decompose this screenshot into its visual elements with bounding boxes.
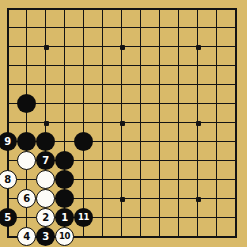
- black-stone: [55, 189, 74, 208]
- black-stone: 9: [0, 132, 17, 151]
- intersection: [17, 75, 36, 94]
- intersection: [169, 94, 188, 113]
- intersection: [36, 94, 55, 113]
- black-stone: 11: [74, 208, 93, 227]
- intersection: [17, 113, 36, 132]
- intersection: [74, 94, 93, 113]
- intersection: [55, 189, 74, 208]
- intersection: [55, 94, 74, 113]
- black-stone: [17, 94, 36, 113]
- intersection: [131, 151, 150, 170]
- intersection: [131, 170, 150, 189]
- intersection: [169, 75, 188, 94]
- intersection: [188, 151, 207, 170]
- intersection: [150, 18, 169, 37]
- intersection: [17, 208, 36, 227]
- intersection: [207, 75, 226, 94]
- white-stone: 2: [36, 208, 55, 227]
- intersection: [131, 94, 150, 113]
- intersection: [150, 132, 169, 151]
- move-number-label: 2: [42, 213, 48, 223]
- intersection: [169, 170, 188, 189]
- intersection: [188, 170, 207, 189]
- intersection: [74, 37, 93, 56]
- intersection: [150, 170, 169, 189]
- intersection: [74, 75, 93, 94]
- intersection: [131, 0, 150, 18]
- intersection: [112, 208, 131, 227]
- intersection: [150, 37, 169, 56]
- intersection: [55, 113, 74, 132]
- go-board-diagram: 9786521114310: [0, 0, 247, 247]
- intersection: [74, 189, 93, 208]
- intersection: [226, 94, 245, 113]
- intersection: [112, 170, 131, 189]
- intersection: [55, 37, 74, 56]
- intersection: [207, 94, 226, 113]
- intersection: [55, 132, 74, 151]
- intersection: 10: [55, 227, 74, 246]
- intersection: [131, 37, 150, 56]
- intersection: [131, 75, 150, 94]
- intersection: [74, 0, 93, 18]
- intersection: [17, 170, 36, 189]
- black-stone: 1: [55, 208, 74, 227]
- intersection: [93, 94, 112, 113]
- intersection: [17, 94, 36, 113]
- black-stone: [55, 151, 74, 170]
- white-stone: [17, 151, 36, 170]
- intersection: [0, 113, 17, 132]
- intersection: 2: [36, 208, 55, 227]
- move-number-label: 11: [78, 213, 89, 222]
- intersection: [36, 189, 55, 208]
- intersection: [188, 132, 207, 151]
- go-board-grid: 9786521114310: [0, 0, 245, 246]
- intersection: [150, 208, 169, 227]
- intersection: [93, 75, 112, 94]
- intersection: [74, 227, 93, 246]
- intersection: [188, 56, 207, 75]
- intersection: [169, 37, 188, 56]
- white-stone: 8: [0, 170, 17, 189]
- intersection: [93, 151, 112, 170]
- intersection: [226, 0, 245, 18]
- intersection: [226, 227, 245, 246]
- intersection: [169, 227, 188, 246]
- intersection: [131, 113, 150, 132]
- intersection: [188, 189, 207, 208]
- intersection: [17, 56, 36, 75]
- black-stone: [36, 132, 55, 151]
- intersection: [36, 75, 55, 94]
- intersection: [112, 37, 131, 56]
- intersection: [226, 56, 245, 75]
- intersection: [93, 170, 112, 189]
- intersection: [55, 170, 74, 189]
- intersection: [0, 189, 17, 208]
- move-number-label: 4: [23, 232, 29, 242]
- intersection: [93, 208, 112, 227]
- intersection: [188, 208, 207, 227]
- intersection: [0, 151, 17, 170]
- intersection: [226, 208, 245, 227]
- intersection: [131, 189, 150, 208]
- intersection: [188, 18, 207, 37]
- intersection: [188, 37, 207, 56]
- intersection: [74, 56, 93, 75]
- black-stone: [17, 132, 36, 151]
- intersection: [55, 151, 74, 170]
- intersection: [150, 113, 169, 132]
- intersection: [36, 18, 55, 37]
- intersection: [36, 37, 55, 56]
- intersection: 1: [55, 208, 74, 227]
- intersection: [150, 227, 169, 246]
- intersection: [55, 18, 74, 37]
- intersection: [150, 0, 169, 18]
- intersection: [36, 132, 55, 151]
- white-stone: 10: [55, 227, 74, 246]
- intersection: [226, 132, 245, 151]
- black-stone: 3: [36, 227, 55, 246]
- intersection: [36, 56, 55, 75]
- intersection: [112, 0, 131, 18]
- intersection: 5: [0, 208, 17, 227]
- intersection: [17, 37, 36, 56]
- intersection: [207, 151, 226, 170]
- intersection: [188, 75, 207, 94]
- intersection: [226, 170, 245, 189]
- intersection: [207, 37, 226, 56]
- intersection: [150, 151, 169, 170]
- intersection: [74, 18, 93, 37]
- black-stone: [55, 170, 74, 189]
- intersection: [74, 132, 93, 151]
- white-stone: 4: [17, 227, 36, 246]
- intersection: [93, 18, 112, 37]
- intersection: [169, 208, 188, 227]
- intersection: 7: [36, 151, 55, 170]
- intersection: [150, 94, 169, 113]
- intersection: [150, 189, 169, 208]
- intersection: [112, 132, 131, 151]
- intersection: [0, 227, 17, 246]
- intersection: [93, 56, 112, 75]
- intersection: [207, 0, 226, 18]
- intersection: [131, 18, 150, 37]
- intersection: [17, 151, 36, 170]
- move-number-label: 8: [4, 175, 10, 185]
- black-stone: 7: [36, 151, 55, 170]
- intersection: [0, 0, 17, 18]
- intersection: [55, 0, 74, 18]
- move-number-label: 6: [23, 194, 29, 204]
- intersection: [169, 189, 188, 208]
- intersection: [131, 56, 150, 75]
- intersection: [169, 0, 188, 18]
- intersection: [169, 56, 188, 75]
- intersection: [207, 113, 226, 132]
- white-stone: [36, 170, 55, 189]
- intersection: [0, 18, 17, 37]
- intersection: [36, 170, 55, 189]
- white-stone: 6: [17, 189, 36, 208]
- intersection: [112, 189, 131, 208]
- move-number-label: 1: [61, 213, 67, 223]
- intersection: [169, 113, 188, 132]
- intersection: [226, 113, 245, 132]
- intersection: [93, 132, 112, 151]
- intersection: [93, 189, 112, 208]
- intersection: [112, 56, 131, 75]
- intersection: [226, 189, 245, 208]
- intersection: [131, 227, 150, 246]
- intersection: [93, 227, 112, 246]
- intersection: [169, 151, 188, 170]
- move-number-label: 7: [42, 156, 48, 166]
- intersection: [36, 113, 55, 132]
- intersection: [207, 227, 226, 246]
- intersection: [17, 18, 36, 37]
- intersection: [55, 56, 74, 75]
- intersection: [226, 37, 245, 56]
- intersection: 9: [0, 132, 17, 151]
- intersection: [188, 227, 207, 246]
- intersection: [150, 56, 169, 75]
- intersection: 11: [74, 208, 93, 227]
- intersection: [131, 132, 150, 151]
- intersection: [169, 132, 188, 151]
- move-number-label: 3: [42, 232, 48, 242]
- intersection: [226, 151, 245, 170]
- intersection: [150, 75, 169, 94]
- intersection: [207, 56, 226, 75]
- intersection: [188, 94, 207, 113]
- intersection: [207, 189, 226, 208]
- intersection: [93, 37, 112, 56]
- intersection: 3: [36, 227, 55, 246]
- intersection: [131, 208, 150, 227]
- intersection: [188, 0, 207, 18]
- intersection: [55, 75, 74, 94]
- intersection: [93, 113, 112, 132]
- move-number-label: 10: [59, 232, 70, 241]
- intersection: [112, 94, 131, 113]
- intersection: [226, 75, 245, 94]
- intersection: [112, 113, 131, 132]
- intersection: [74, 113, 93, 132]
- intersection: [112, 227, 131, 246]
- move-number-label: 9: [4, 137, 10, 147]
- intersection: [207, 170, 226, 189]
- intersection: [0, 37, 17, 56]
- black-stone: [74, 132, 93, 151]
- move-number-label: 5: [4, 213, 10, 223]
- black-stone: 5: [0, 208, 17, 227]
- intersection: [207, 208, 226, 227]
- intersection: [93, 0, 112, 18]
- intersection: [17, 0, 36, 18]
- intersection: [169, 18, 188, 37]
- intersection: [0, 94, 17, 113]
- intersection: 8: [0, 170, 17, 189]
- intersection: [74, 151, 93, 170]
- intersection: [0, 75, 17, 94]
- intersection: [0, 56, 17, 75]
- intersection: [207, 132, 226, 151]
- intersection: 4: [17, 227, 36, 246]
- intersection: [112, 18, 131, 37]
- intersection: [112, 151, 131, 170]
- intersection: [226, 18, 245, 37]
- intersection: 6: [17, 189, 36, 208]
- intersection: [207, 18, 226, 37]
- intersection: [74, 170, 93, 189]
- intersection: [112, 75, 131, 94]
- intersection: [17, 132, 36, 151]
- intersection: [36, 0, 55, 18]
- white-stone: [36, 189, 55, 208]
- intersection: [188, 113, 207, 132]
